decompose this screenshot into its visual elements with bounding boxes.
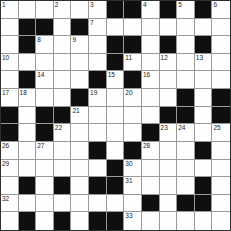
clue-number: 1	[2, 1, 6, 8]
white-cell[interactable]	[19, 54, 37, 72]
white-cell[interactable]	[142, 19, 160, 37]
white-cell[interactable]: 9	[71, 36, 89, 54]
white-cell[interactable]: 5	[177, 1, 195, 19]
white-cell[interactable]: 30	[124, 160, 142, 178]
black-cell	[1, 107, 19, 125]
white-cell[interactable]	[160, 19, 178, 37]
white-cell[interactable]	[160, 177, 178, 195]
white-cell[interactable]	[212, 19, 230, 37]
black-cell	[212, 107, 230, 125]
clue-number: 23	[161, 124, 168, 131]
white-cell[interactable]	[160, 142, 178, 160]
white-cell[interactable]	[212, 195, 230, 213]
black-cell	[107, 1, 125, 19]
white-cell[interactable]	[177, 212, 195, 230]
white-cell[interactable]	[71, 177, 89, 195]
black-cell	[107, 54, 125, 72]
white-cell[interactable]	[19, 195, 37, 213]
white-cell[interactable]	[107, 142, 125, 160]
black-cell	[54, 177, 72, 195]
white-cell[interactable]	[142, 160, 160, 178]
clue-number: 13	[196, 54, 203, 61]
white-cell[interactable]	[54, 195, 72, 213]
white-cell[interactable]: 21	[71, 107, 89, 125]
white-cell[interactable]	[212, 212, 230, 230]
clue-number: 32	[2, 195, 9, 202]
white-cell[interactable]	[160, 212, 178, 230]
white-cell[interactable]	[19, 160, 37, 178]
clue-number: 10	[2, 54, 9, 61]
black-cell	[54, 212, 72, 230]
white-cell[interactable]	[142, 36, 160, 54]
black-cell	[177, 89, 195, 107]
white-cell[interactable]: 8	[36, 36, 54, 54]
white-cell[interactable]	[71, 1, 89, 19]
white-cell[interactable]	[212, 54, 230, 72]
black-cell	[19, 177, 37, 195]
white-cell[interactable]: 22	[54, 124, 72, 142]
white-cell[interactable]	[124, 195, 142, 213]
clue-number: 20	[125, 89, 132, 96]
black-cell	[195, 177, 213, 195]
white-cell[interactable]	[195, 107, 213, 125]
clue-number: 22	[55, 124, 62, 131]
white-cell[interactable]	[1, 177, 19, 195]
white-cell[interactable]: 14	[36, 71, 54, 89]
black-cell	[89, 212, 107, 230]
white-cell[interactable]	[142, 212, 160, 230]
clue-number: 2	[55, 1, 59, 8]
clue-number: 21	[72, 107, 79, 114]
white-cell[interactable]	[19, 142, 37, 160]
white-cell[interactable]: 13	[195, 54, 213, 72]
clue-number: 26	[2, 142, 9, 149]
black-cell	[71, 89, 89, 107]
white-cell[interactable]	[195, 19, 213, 37]
white-cell[interactable]	[142, 177, 160, 195]
clue-number: 15	[108, 71, 115, 78]
white-cell[interactable]	[54, 89, 72, 107]
white-cell[interactable]	[19, 1, 37, 19]
white-cell[interactable]	[160, 195, 178, 213]
white-cell[interactable]: 17	[1, 89, 19, 107]
clue-number: 25	[213, 124, 220, 131]
white-cell[interactable]	[1, 71, 19, 89]
white-cell[interactable]	[107, 89, 125, 107]
white-cell[interactable]	[142, 54, 160, 72]
white-cell[interactable]	[1, 212, 19, 230]
black-cell	[142, 195, 160, 213]
white-cell[interactable]: 31	[124, 177, 142, 195]
white-cell[interactable]	[124, 107, 142, 125]
white-cell[interactable]	[107, 195, 125, 213]
white-cell[interactable]	[142, 89, 160, 107]
white-cell[interactable]: 24	[177, 124, 195, 142]
white-cell[interactable]	[36, 177, 54, 195]
white-cell[interactable]: 32	[1, 195, 19, 213]
white-cell[interactable]	[71, 71, 89, 89]
black-cell	[195, 36, 213, 54]
clue-number: 11	[125, 54, 132, 61]
black-cell	[177, 107, 195, 125]
white-cell[interactable]	[19, 107, 37, 125]
white-cell[interactable]: 29	[1, 160, 19, 178]
black-cell	[124, 142, 142, 160]
white-cell[interactable]	[177, 177, 195, 195]
clue-number: 17	[2, 89, 9, 96]
white-cell[interactable]	[195, 89, 213, 107]
black-cell	[142, 124, 160, 142]
white-cell[interactable]: 20	[124, 89, 142, 107]
white-cell[interactable]	[195, 71, 213, 89]
clue-number: 27	[37, 142, 44, 149]
white-cell[interactable]	[212, 160, 230, 178]
white-cell[interactable]	[142, 107, 160, 125]
clue-number: 24	[178, 124, 185, 131]
white-cell[interactable]	[54, 160, 72, 178]
white-cell[interactable]: 28	[142, 142, 160, 160]
clue-number: 30	[125, 160, 132, 167]
white-cell[interactable]: 10	[1, 54, 19, 72]
clue-number: 3	[90, 1, 94, 8]
white-cell[interactable]	[54, 71, 72, 89]
white-cell[interactable]	[195, 160, 213, 178]
white-cell[interactable]: 27	[36, 142, 54, 160]
white-cell[interactable]	[71, 160, 89, 178]
clue-number: 19	[90, 89, 97, 96]
clue-number: 7	[90, 19, 94, 26]
white-cell[interactable]	[71, 54, 89, 72]
black-cell	[89, 142, 107, 160]
white-cell[interactable]: 7	[89, 19, 107, 37]
white-cell[interactable]	[177, 36, 195, 54]
white-cell[interactable]: 26	[1, 142, 19, 160]
black-cell	[89, 177, 107, 195]
white-cell[interactable]	[36, 89, 54, 107]
white-cell[interactable]	[1, 19, 19, 37]
white-cell[interactable]: 19	[89, 89, 107, 107]
black-cell	[177, 195, 195, 213]
black-cell	[160, 36, 178, 54]
black-cell	[160, 107, 178, 125]
clue-number: 5	[178, 1, 182, 8]
white-cell[interactable]: 2	[54, 1, 72, 19]
white-cell[interactable]	[71, 195, 89, 213]
white-cell[interactable]	[212, 71, 230, 89]
white-cell[interactable]	[54, 19, 72, 37]
white-cell[interactable]: 23	[160, 124, 178, 142]
black-cell	[71, 19, 89, 37]
white-cell[interactable]	[177, 160, 195, 178]
white-cell[interactable]	[54, 36, 72, 54]
white-cell[interactable]	[89, 124, 107, 142]
clue-number: 9	[72, 36, 76, 43]
black-cell	[107, 177, 125, 195]
white-cell[interactable]: 33	[124, 212, 142, 230]
clue-number: 6	[213, 1, 217, 8]
white-cell[interactable]	[124, 124, 142, 142]
white-cell[interactable]	[160, 160, 178, 178]
white-cell[interactable]	[195, 124, 213, 142]
white-cell[interactable]	[89, 107, 107, 125]
clue-number: 28	[143, 142, 150, 149]
clue-number: 33	[125, 212, 132, 219]
white-cell[interactable]	[177, 142, 195, 160]
white-cell[interactable]	[195, 212, 213, 230]
white-cell[interactable]	[107, 107, 125, 125]
black-cell	[124, 71, 142, 89]
clue-number: 4	[143, 1, 147, 8]
white-cell[interactable]	[36, 54, 54, 72]
crossword-grid: 1234567891011121314151617181920212223242…	[0, 0, 231, 231]
clue-number: 29	[2, 160, 9, 167]
white-cell[interactable]	[177, 71, 195, 89]
black-cell	[195, 142, 213, 160]
black-cell	[195, 1, 213, 19]
white-cell[interactable]	[160, 89, 178, 107]
white-cell[interactable]	[89, 160, 107, 178]
black-cell	[36, 107, 54, 125]
white-cell[interactable]	[54, 142, 72, 160]
white-cell[interactable]	[36, 1, 54, 19]
black-cell	[36, 124, 54, 142]
white-cell[interactable]	[71, 142, 89, 160]
white-cell[interactable]	[89, 36, 107, 54]
white-cell[interactable]: 6	[212, 1, 230, 19]
black-cell	[19, 212, 37, 230]
white-cell[interactable]: 3	[89, 1, 107, 19]
black-cell	[195, 195, 213, 213]
black-cell	[89, 71, 107, 89]
white-cell[interactable]	[212, 177, 230, 195]
black-cell	[36, 19, 54, 37]
white-cell[interactable]	[1, 36, 19, 54]
white-cell[interactable]	[36, 160, 54, 178]
white-cell[interactable]	[212, 142, 230, 160]
white-cell[interactable]: 1	[1, 1, 19, 19]
white-cell[interactable]: 25	[212, 124, 230, 142]
white-cell[interactable]	[177, 19, 195, 37]
white-cell[interactable]	[36, 212, 54, 230]
black-cell	[19, 36, 37, 54]
white-cell[interactable]: 18	[19, 89, 37, 107]
white-cell[interactable]	[107, 124, 125, 142]
black-cell	[124, 1, 142, 19]
white-cell[interactable]	[212, 36, 230, 54]
black-cell	[107, 212, 125, 230]
clue-number: 31	[125, 177, 132, 184]
clue-number: 14	[37, 71, 44, 78]
black-cell	[160, 1, 178, 19]
white-cell[interactable]	[36, 195, 54, 213]
clue-number: 8	[37, 36, 41, 43]
white-cell[interactable]	[107, 19, 125, 37]
white-cell[interactable]	[124, 19, 142, 37]
clue-number: 12	[161, 54, 168, 61]
white-cell[interactable]: 15	[107, 71, 125, 89]
black-cell	[19, 19, 37, 37]
white-cell[interactable]	[71, 212, 89, 230]
white-cell[interactable]	[54, 54, 72, 72]
white-cell[interactable]	[177, 54, 195, 72]
black-cell	[212, 89, 230, 107]
white-cell[interactable]	[89, 195, 107, 213]
clue-number: 18	[20, 89, 27, 96]
white-cell[interactable]	[89, 54, 107, 72]
white-cell[interactable]: 12	[160, 54, 178, 72]
white-cell[interactable]: 11	[124, 54, 142, 72]
white-cell[interactable]	[71, 124, 89, 142]
black-cell	[19, 71, 37, 89]
black-cell	[54, 107, 72, 125]
white-cell[interactable]: 4	[142, 1, 160, 19]
black-cell	[107, 36, 125, 54]
black-cell	[124, 36, 142, 54]
white-cell[interactable]	[160, 71, 178, 89]
black-cell	[1, 124, 19, 142]
black-cell	[107, 160, 125, 178]
clue-number: 16	[143, 71, 150, 78]
white-cell[interactable]: 16	[142, 71, 160, 89]
white-cell[interactable]	[19, 124, 37, 142]
